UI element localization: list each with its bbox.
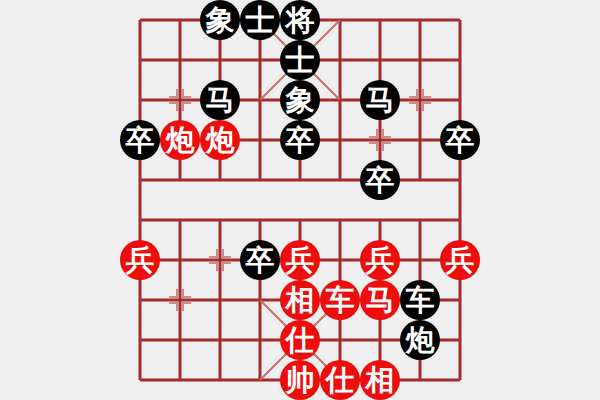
black-cannon[interactable]: 炮: [400, 320, 440, 360]
black-pawn[interactable]: 卒: [240, 240, 280, 280]
black-pawn[interactable]: 卒: [360, 160, 400, 200]
black-chariot[interactable]: 车: [400, 280, 440, 320]
red-chariot[interactable]: 车: [320, 280, 360, 320]
red-cannon[interactable]: 炮: [200, 120, 240, 160]
red-advisor[interactable]: 仕: [320, 360, 360, 400]
red-general[interactable]: 帅: [280, 360, 320, 400]
black-advisor[interactable]: 士: [240, 0, 280, 40]
black-horse[interactable]: 马: [360, 80, 400, 120]
black-elephant[interactable]: 象: [280, 80, 320, 120]
black-pawn[interactable]: 卒: [120, 120, 160, 160]
black-advisor[interactable]: 士: [280, 40, 320, 80]
black-elephant[interactable]: 象: [200, 0, 240, 40]
black-horse[interactable]: 马: [200, 80, 240, 120]
point-marker: [209, 249, 231, 271]
xiangqi-board: 象士将士马象马卒炮炮卒卒卒兵卒兵兵兵相车马车仕炮帅仕相: [0, 0, 600, 400]
red-horse[interactable]: 马: [360, 280, 400, 320]
black-pawn[interactable]: 卒: [280, 120, 320, 160]
red-advisor[interactable]: 仕: [280, 320, 320, 360]
red-pawn[interactable]: 兵: [120, 240, 160, 280]
point-marker: [169, 89, 191, 111]
red-elephant[interactable]: 相: [360, 360, 400, 400]
black-pawn[interactable]: 卒: [440, 120, 480, 160]
point-marker: [409, 89, 431, 111]
red-elephant[interactable]: 相: [280, 280, 320, 320]
red-pawn[interactable]: 兵: [440, 240, 480, 280]
black-general[interactable]: 将: [280, 0, 320, 40]
point-marker: [169, 289, 191, 311]
red-pawn[interactable]: 兵: [280, 240, 320, 280]
red-pawn[interactable]: 兵: [360, 240, 400, 280]
point-marker: [369, 129, 391, 151]
red-cannon[interactable]: 炮: [160, 120, 200, 160]
